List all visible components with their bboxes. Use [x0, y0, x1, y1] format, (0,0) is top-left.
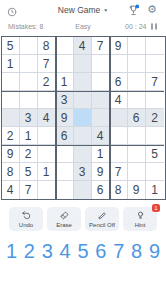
cell-r7c4[interactable] [56, 145, 74, 163]
cell-r8c4[interactable] [56, 163, 74, 181]
cell-r5c7[interactable] [110, 109, 128, 127]
cell-r3c3[interactable]: 2 [38, 73, 56, 91]
cell-r2c9[interactable] [146, 55, 164, 73]
hint-badge: 1 [152, 204, 160, 212]
cell-r9c3[interactable] [38, 181, 56, 199]
cell-r1c4[interactable] [56, 37, 74, 55]
cell-r7c7[interactable] [110, 145, 128, 163]
number-pad: 123456789 [0, 240, 166, 262]
cell-r1c5[interactable]: 4 [74, 37, 92, 55]
numpad-2[interactable]: 2 [24, 240, 35, 262]
cell-r7c8[interactable] [128, 145, 146, 163]
cell-r9c5[interactable] [74, 181, 92, 199]
cell-r5c2[interactable]: 3 [20, 109, 38, 127]
cell-r9c1[interactable]: 4 [2, 181, 20, 199]
cell-r8c3[interactable]: 1 [38, 163, 56, 181]
cell-r8c2[interactable]: 5 [20, 163, 38, 181]
erase-label: Erase [56, 222, 72, 228]
cell-r8c6[interactable]: 9 [92, 163, 110, 181]
cell-r1c7[interactable]: 9 [110, 37, 128, 55]
pencil-button[interactable]: Pencil Off [85, 207, 119, 231]
cell-r5c6[interactable] [92, 109, 110, 127]
cell-r7c6[interactable]: 1 [92, 145, 110, 163]
numpad-6[interactable]: 6 [95, 240, 106, 262]
cell-r6c7[interactable] [110, 127, 128, 145]
lightbulb-icon [135, 210, 146, 221]
cell-r6c4[interactable]: 6 [56, 127, 74, 145]
cell-r9c6[interactable]: 6 [92, 181, 110, 199]
cell-r2c7[interactable] [110, 55, 128, 73]
cell-r5c5[interactable] [74, 109, 92, 127]
numpad-8[interactable]: 8 [131, 240, 142, 262]
mistakes-counter: Mistakes: 8 [8, 23, 60, 30]
cell-r8c1[interactable]: 8 [2, 163, 20, 181]
cell-r1c1[interactable]: 5 [2, 37, 20, 55]
cell-r6c2[interactable]: 1 [20, 127, 38, 145]
cell-r2c2[interactable] [20, 55, 38, 73]
cell-r5c8[interactable]: 6 [128, 109, 146, 127]
cell-r3c5[interactable] [74, 73, 92, 91]
cell-r7c3[interactable] [38, 145, 56, 163]
cell-r4c1[interactable] [2, 91, 20, 109]
numpad-7[interactable]: 7 [113, 240, 124, 262]
numpad-1[interactable]: 1 [6, 240, 17, 262]
status-bar: Mistakes: 8 Easy 00 : 24 [0, 19, 166, 34]
pause-icon[interactable] [150, 22, 159, 31]
cell-r3c1[interactable] [2, 73, 20, 91]
cell-r3c6[interactable] [92, 73, 110, 91]
hint-button[interactable]: 1 Hint [123, 207, 157, 231]
cell-r8c5[interactable]: 3 [74, 163, 92, 181]
cell-r1c6[interactable]: 7 [92, 37, 110, 55]
numpad-4[interactable]: 4 [60, 240, 71, 262]
cell-r4c8[interactable] [128, 91, 146, 109]
cell-r3c8[interactable] [128, 73, 146, 91]
numpad-3[interactable]: 3 [42, 240, 53, 262]
cell-r8c9[interactable] [146, 163, 164, 181]
cell-r2c3[interactable]: 7 [38, 55, 56, 73]
eraser-icon [59, 210, 70, 221]
cell-r9c7[interactable]: 8 [110, 181, 128, 199]
erase-button[interactable]: Erase [47, 207, 81, 231]
sudoku-grid: 58479172167343496221649215851397476891 [2, 37, 165, 199]
cell-r9c2[interactable]: 7 [20, 181, 38, 199]
cell-r5c9[interactable]: 2 [146, 109, 164, 127]
cell-r8c8[interactable] [128, 163, 146, 181]
toolbar: Undo Erase Pencil Off 1 Hint [0, 207, 166, 231]
cell-r6c8[interactable] [128, 127, 146, 145]
cell-r2c4[interactable] [56, 55, 74, 73]
pencil-icon [97, 210, 108, 221]
cell-r5c4[interactable]: 9 [56, 109, 74, 127]
cell-r4c2[interactable] [20, 91, 38, 109]
undo-label: Undo [19, 222, 33, 228]
cell-r3c9[interactable]: 7 [146, 73, 164, 91]
cell-r5c3[interactable]: 4 [38, 109, 56, 127]
cell-r6c1[interactable]: 2 [2, 127, 20, 145]
cell-r2c6[interactable] [92, 55, 110, 73]
cell-r1c8[interactable] [128, 37, 146, 55]
numpad-9[interactable]: 9 [149, 240, 160, 262]
cell-r7c5[interactable] [74, 145, 92, 163]
difficulty-label: Easy [60, 23, 106, 30]
cell-r4c5[interactable] [74, 91, 92, 109]
cell-r5c1[interactable] [2, 109, 20, 127]
cell-r2c1[interactable]: 1 [2, 55, 20, 73]
undo-icon [21, 210, 32, 221]
numpad-5[interactable]: 5 [77, 240, 88, 262]
cell-r9c9[interactable]: 1 [146, 181, 164, 199]
cell-r6c5[interactable] [74, 127, 92, 145]
page-title: New Game [58, 5, 101, 15]
pencil-label: Pencil Off [89, 222, 115, 228]
cell-r4c3[interactable] [38, 91, 56, 109]
cell-r3c2[interactable] [20, 73, 38, 91]
cell-r3c4[interactable]: 1 [56, 73, 74, 91]
timer: 00 : 24 [125, 23, 146, 30]
chevron-down-icon: ▼ [103, 7, 108, 13]
cell-r1c9[interactable] [146, 37, 164, 55]
cell-r6c6[interactable]: 4 [92, 127, 110, 145]
undo-button[interactable]: Undo [9, 207, 43, 231]
sudoku-app: New Game ▼ ⚙ Mistakes: 8 Easy 00 : 24 [0, 0, 166, 296]
cell-r4c9[interactable] [146, 91, 164, 109]
cell-r6c3[interactable] [38, 127, 56, 145]
cell-r2c8[interactable] [128, 55, 146, 73]
cell-r7c2[interactable]: 2 [20, 145, 38, 163]
cell-r4c7[interactable]: 4 [110, 91, 128, 109]
cell-r8c7[interactable]: 7 [110, 163, 128, 181]
new-game-dropdown[interactable]: New Game ▼ [0, 0, 166, 19]
sudoku-board: 58479172167343496221649215851397476891 [1, 36, 166, 200]
cell-r3c7[interactable]: 6 [110, 73, 128, 91]
cell-r4c4[interactable]: 3 [56, 91, 74, 109]
cell-r9c8[interactable]: 9 [128, 181, 146, 199]
cell-r1c2[interactable] [20, 37, 38, 55]
cell-r9c4[interactable] [56, 181, 74, 199]
top-bar: New Game ▼ ⚙ [0, 0, 166, 19]
cell-r2c5[interactable] [74, 55, 92, 73]
cell-r1c3[interactable]: 8 [38, 37, 56, 55]
cell-r7c9[interactable]: 5 [146, 145, 164, 163]
cell-r4c6[interactable] [92, 91, 110, 109]
cell-r6c9[interactable] [146, 127, 164, 145]
cell-r7c1[interactable]: 9 [2, 145, 20, 163]
hint-label: Hint [135, 222, 146, 228]
